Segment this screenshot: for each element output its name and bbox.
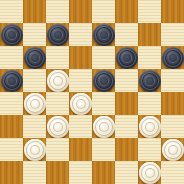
black-man[interactable] — [162, 47, 184, 69]
black-man[interactable] — [1, 24, 23, 46]
white-man[interactable] — [139, 162, 161, 184]
piece-center — [145, 76, 155, 86]
piece-center — [30, 99, 40, 109]
square-a1[interactable] — [0, 161, 23, 184]
square-g4[interactable] — [138, 92, 161, 115]
square-f7[interactable] — [115, 23, 138, 46]
square-c7[interactable] — [46, 23, 69, 46]
square-b3[interactable] — [23, 115, 46, 138]
square-h4[interactable] — [161, 92, 184, 115]
square-c6[interactable] — [46, 46, 69, 69]
square-f1[interactable] — [115, 161, 138, 184]
square-b8[interactable] — [23, 0, 46, 23]
piece-center — [30, 53, 40, 63]
square-d2[interactable] — [69, 138, 92, 161]
checkers-board — [0, 0, 184, 184]
square-b2[interactable] — [23, 138, 46, 161]
square-h2[interactable] — [161, 138, 184, 161]
square-d8[interactable] — [69, 0, 92, 23]
white-man[interactable] — [162, 139, 184, 161]
square-h7[interactable] — [161, 23, 184, 46]
square-d6[interactable] — [69, 46, 92, 69]
square-b1[interactable] — [23, 161, 46, 184]
square-d1[interactable] — [69, 161, 92, 184]
black-man[interactable] — [1, 70, 23, 92]
square-f6[interactable] — [115, 46, 138, 69]
square-f3[interactable] — [115, 115, 138, 138]
square-b7[interactable] — [23, 23, 46, 46]
square-g6[interactable] — [138, 46, 161, 69]
square-h1[interactable] — [161, 161, 184, 184]
piece-center — [53, 122, 63, 132]
square-f5[interactable] — [115, 69, 138, 92]
square-b4[interactable] — [23, 92, 46, 115]
black-man[interactable] — [139, 70, 161, 92]
square-a2[interactable] — [0, 138, 23, 161]
black-man[interactable] — [47, 24, 69, 46]
square-b6[interactable] — [23, 46, 46, 69]
square-c2[interactable] — [46, 138, 69, 161]
square-a3[interactable] — [0, 115, 23, 138]
piece-center — [145, 122, 155, 132]
black-man[interactable] — [116, 47, 138, 69]
piece-center — [7, 76, 17, 86]
piece-center — [7, 30, 17, 40]
black-man[interactable] — [24, 47, 46, 69]
square-f8[interactable] — [115, 0, 138, 23]
square-f4[interactable] — [115, 92, 138, 115]
piece-center — [30, 145, 40, 155]
square-g1[interactable] — [138, 161, 161, 184]
square-h5[interactable] — [161, 69, 184, 92]
white-man[interactable] — [47, 70, 69, 92]
piece-center — [168, 145, 178, 155]
square-c3[interactable] — [46, 115, 69, 138]
white-man[interactable] — [70, 93, 92, 115]
piece-center — [145, 168, 155, 178]
piece-center — [76, 99, 86, 109]
white-man[interactable] — [47, 116, 69, 138]
square-a7[interactable] — [0, 23, 23, 46]
square-h8[interactable] — [161, 0, 184, 23]
square-d5[interactable] — [69, 69, 92, 92]
square-e6[interactable] — [92, 46, 115, 69]
piece-center — [99, 122, 109, 132]
piece-center — [99, 76, 109, 86]
square-e3[interactable] — [92, 115, 115, 138]
square-a4[interactable] — [0, 92, 23, 115]
piece-center — [168, 53, 178, 63]
square-c8[interactable] — [46, 0, 69, 23]
square-g2[interactable] — [138, 138, 161, 161]
white-man[interactable] — [93, 116, 115, 138]
square-e4[interactable] — [92, 92, 115, 115]
square-e8[interactable] — [92, 0, 115, 23]
square-a6[interactable] — [0, 46, 23, 69]
square-g5[interactable] — [138, 69, 161, 92]
black-man[interactable] — [93, 70, 115, 92]
square-h3[interactable] — [161, 115, 184, 138]
square-e7[interactable] — [92, 23, 115, 46]
square-g8[interactable] — [138, 0, 161, 23]
square-c5[interactable] — [46, 69, 69, 92]
square-h6[interactable] — [161, 46, 184, 69]
piece-center — [53, 76, 63, 86]
square-c1[interactable] — [46, 161, 69, 184]
square-g3[interactable] — [138, 115, 161, 138]
square-d3[interactable] — [69, 115, 92, 138]
square-f2[interactable] — [115, 138, 138, 161]
square-c4[interactable] — [46, 92, 69, 115]
white-man[interactable] — [24, 93, 46, 115]
square-e2[interactable] — [92, 138, 115, 161]
black-man[interactable] — [93, 24, 115, 46]
square-d7[interactable] — [69, 23, 92, 46]
square-e5[interactable] — [92, 69, 115, 92]
square-a5[interactable] — [0, 69, 23, 92]
piece-center — [122, 53, 132, 63]
piece-center — [53, 30, 63, 40]
square-a8[interactable] — [0, 0, 23, 23]
square-b5[interactable] — [23, 69, 46, 92]
white-man[interactable] — [139, 116, 161, 138]
piece-center — [99, 30, 109, 40]
square-d4[interactable] — [69, 92, 92, 115]
white-man[interactable] — [24, 139, 46, 161]
square-e1[interactable] — [92, 161, 115, 184]
square-g7[interactable] — [138, 23, 161, 46]
